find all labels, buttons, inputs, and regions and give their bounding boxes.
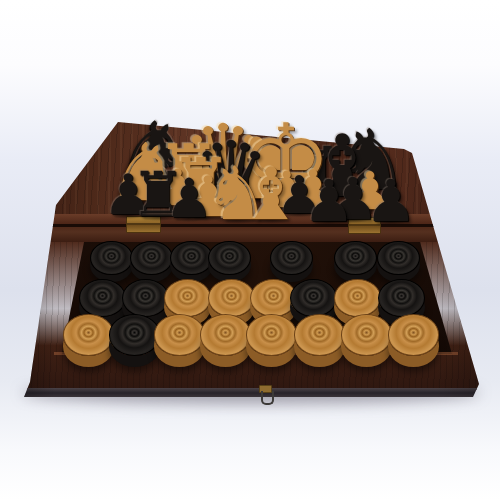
draughts-piece-dark	[170, 241, 213, 276]
draughts-piece-dark	[130, 241, 173, 276]
piece-shadow	[125, 178, 178, 189]
hinge-knuckle	[127, 223, 160, 225]
piece-shadow	[373, 218, 409, 226]
draughts-piece-light	[294, 314, 345, 355]
draughts-piece-dark	[208, 241, 251, 276]
piece-shadow	[315, 191, 368, 202]
draughts-piece-light	[154, 314, 205, 355]
draughts-piece-dark	[377, 241, 420, 276]
piece-shadow	[249, 215, 294, 224]
piece-shadow	[118, 196, 168, 206]
draughts-piece-dark	[378, 279, 425, 317]
clasp-hook-icon	[261, 391, 274, 405]
draughts-piece-light	[334, 279, 381, 317]
draughts-piece-dark	[79, 279, 126, 317]
piece-shadow	[354, 206, 386, 213]
draughts-piece-light	[246, 314, 297, 355]
draughts-piece-dark	[334, 241, 377, 276]
box-side-shading	[0, 0, 500, 500]
draughts-piece-dark	[270, 241, 313, 276]
draughts-piece-light	[200, 314, 251, 355]
piece-shadow	[311, 218, 347, 226]
draughts-piece-dark	[90, 241, 133, 276]
draughts-piece-light	[341, 314, 392, 355]
piece-shadow	[172, 215, 205, 222]
draughts-piece-light	[208, 279, 255, 317]
draughts-piece-dark	[290, 279, 337, 317]
draughts-piece-dark	[122, 279, 169, 317]
draughts-piece-light	[164, 279, 211, 317]
games-box	[0, 0, 500, 500]
draughts-piece-dark	[109, 314, 160, 355]
draughts-piece-light	[388, 314, 439, 355]
draughts-piece-light	[63, 314, 114, 355]
photo-antique-chess-draughts-box: ♞♞♜♜♛♛♝♚♜♝♞♟♜♟♟♟♞♟♝♟♟♟♟♟♟♟	[0, 0, 500, 500]
piece-shadow	[179, 204, 222, 213]
